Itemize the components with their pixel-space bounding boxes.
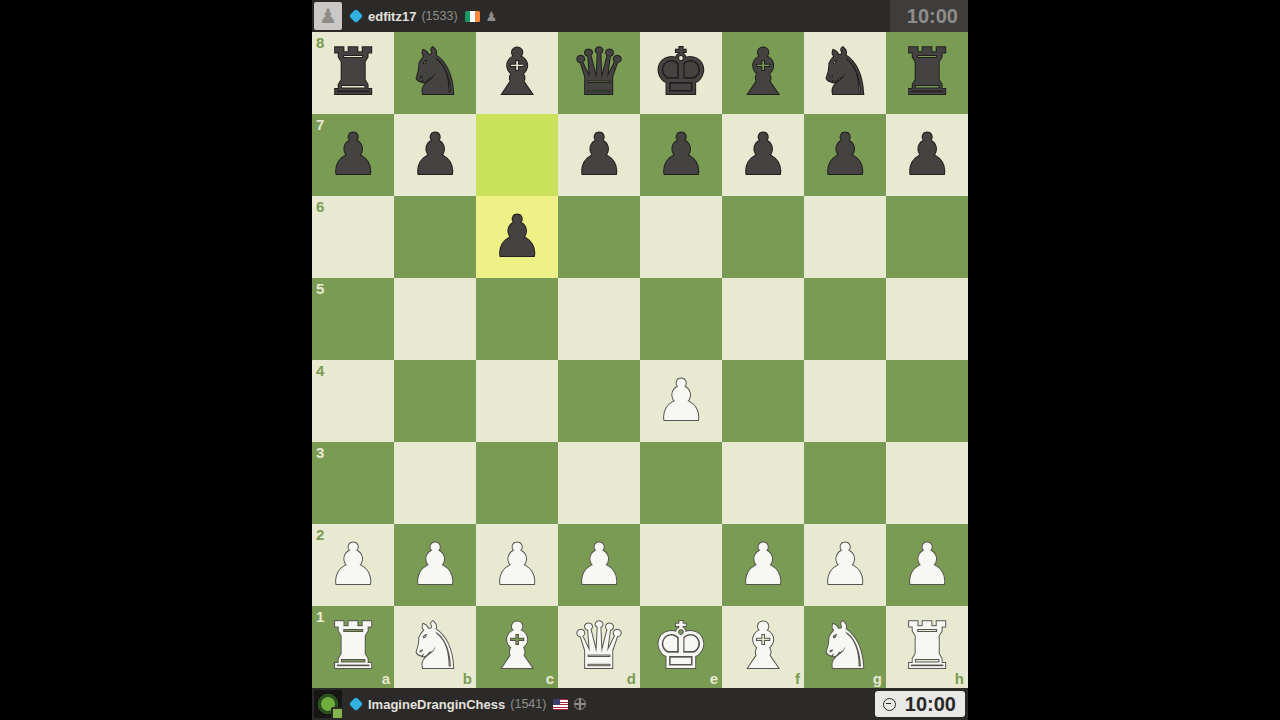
black-pawn-e7[interactable]: ♟ [640,114,722,196]
diamond-member-icon [349,697,363,711]
player-clock-time: 10:00 [905,693,956,716]
square-c1[interactable]: c♝ [476,606,558,688]
white-pawn-e4[interactable]: ♟ [640,360,722,442]
white-rook-a1[interactable]: ♜ [312,606,394,688]
white-pawn-c2[interactable]: ♟ [476,524,558,606]
game-column: ♟ edfitz17 (1533) ♟ 10:00 8♜♞♝♛♚♝♞♜7♟♟♟♟… [312,0,968,720]
square-d8[interactable]: ♛ [558,32,640,114]
square-a4[interactable]: 4 [312,360,394,442]
square-c7[interactable] [476,114,558,196]
white-queen-d1[interactable]: ♛ [558,606,640,688]
square-g5[interactable] [804,278,886,360]
pawn-icon: ♟ [486,10,498,23]
square-b5[interactable] [394,278,476,360]
square-e1[interactable]: e♚ [640,606,722,688]
opponent-clock-time: 10:00 [907,5,958,28]
black-pawn-b7[interactable]: ♟ [394,114,476,196]
player-clock: 10:00 [875,691,965,717]
square-h3[interactable] [886,442,968,524]
square-h6[interactable] [886,196,968,278]
black-rook-a8[interactable]: ♜ [312,32,394,114]
square-g2[interactable]: ♟ [804,524,886,606]
opponent-clock: 10:00 [890,0,968,32]
square-h1[interactable]: h♜ [886,606,968,688]
black-pawn-f7[interactable]: ♟ [722,114,804,196]
usa-flag-icon [553,699,568,710]
square-h7[interactable]: ♟ [886,114,968,196]
square-c4[interactable] [476,360,558,442]
square-b1[interactable]: b♞ [394,606,476,688]
square-f3[interactable] [722,442,804,524]
black-pawn-g7[interactable]: ♟ [804,114,886,196]
black-pawn-h7[interactable]: ♟ [886,114,968,196]
square-c6[interactable]: ♟ [476,196,558,278]
white-pawn-b2[interactable]: ♟ [394,524,476,606]
rank-label-3: 3 [316,445,324,460]
square-g8[interactable]: ♞ [804,32,886,114]
black-pawn-d7[interactable]: ♟ [558,114,640,196]
globe-icon [574,698,586,710]
square-f5[interactable] [722,278,804,360]
black-king-e8[interactable]: ♚ [640,32,722,114]
square-e3[interactable] [640,442,722,524]
white-knight-b1[interactable]: ♞ [394,606,476,688]
white-pawn-g2[interactable]: ♟ [804,524,886,606]
square-g1[interactable]: g♞ [804,606,886,688]
player-avatar[interactable] [314,690,342,718]
square-b4[interactable] [394,360,476,442]
square-b7[interactable]: ♟ [394,114,476,196]
square-h8[interactable]: ♜ [886,32,968,114]
player-bar: ImagineDranginChess (1541) 10:00 [312,688,968,720]
square-c2[interactable]: ♟ [476,524,558,606]
square-g6[interactable] [804,196,886,278]
square-d1[interactable]: d♛ [558,606,640,688]
square-f8[interactable]: ♝ [722,32,804,114]
square-f2[interactable]: ♟ [722,524,804,606]
square-e2[interactable] [640,524,722,606]
square-d3[interactable] [558,442,640,524]
square-a5[interactable]: 5 [312,278,394,360]
white-bishop-f1[interactable]: ♝ [722,606,804,688]
square-d2[interactable]: ♟ [558,524,640,606]
opponent-rating: (1533) [421,9,457,23]
square-a3[interactable]: 3 [312,442,394,524]
square-f6[interactable] [722,196,804,278]
square-e7[interactable]: ♟ [640,114,722,196]
white-knight-g1[interactable]: ♞ [804,606,886,688]
white-king-e1[interactable]: ♚ [640,606,722,688]
square-h4[interactable] [886,360,968,442]
square-b8[interactable]: ♞ [394,32,476,114]
square-e8[interactable]: ♚ [640,32,722,114]
black-queen-d8[interactable]: ♛ [558,32,640,114]
square-g4[interactable] [804,360,886,442]
square-d6[interactable] [558,196,640,278]
square-f4[interactable] [722,360,804,442]
black-pawn-c6[interactable]: ♟ [476,196,558,278]
black-knight-g8[interactable]: ♞ [804,32,886,114]
diamond-member-icon [349,9,363,23]
ireland-flag-icon [465,11,480,22]
white-pawn-f2[interactable]: ♟ [722,524,804,606]
square-g3[interactable] [804,442,886,524]
square-b2[interactable]: ♟ [394,524,476,606]
white-pawn-a2[interactable]: ♟ [312,524,394,606]
square-b3[interactable] [394,442,476,524]
player-rating: (1541) [510,697,546,711]
app-canvas: ♟ edfitz17 (1533) ♟ 10:00 8♜♞♝♛♚♝♞♜7♟♟♟♟… [0,0,1280,720]
square-f1[interactable]: f♝ [722,606,804,688]
square-b6[interactable] [394,196,476,278]
square-c3[interactable] [476,442,558,524]
white-pawn-d2[interactable]: ♟ [558,524,640,606]
square-c8[interactable]: ♝ [476,32,558,114]
square-c5[interactable] [476,278,558,360]
rank-label-5: 5 [316,281,324,296]
black-pawn-a7[interactable]: ♟ [312,114,394,196]
black-bishop-c8[interactable]: ♝ [476,32,558,114]
clock-icon [883,698,896,711]
square-e5[interactable] [640,278,722,360]
opponent-bar: ♟ edfitz17 (1533) ♟ 10:00 [312,0,968,32]
opponent-username[interactable]: edfitz17 [368,9,416,24]
black-rook-h8[interactable]: ♜ [886,32,968,114]
white-bishop-c1[interactable]: ♝ [476,606,558,688]
black-knight-b8[interactable]: ♞ [394,32,476,114]
square-h5[interactable] [886,278,968,360]
square-f7[interactable]: ♟ [722,114,804,196]
rank-label-4: 4 [316,363,324,378]
square-a8[interactable]: 8♜ [312,32,394,114]
square-h2[interactable]: ♟ [886,524,968,606]
square-d5[interactable] [558,278,640,360]
opponent-avatar[interactable]: ♟ [314,2,342,30]
square-a7[interactable]: 7♟ [312,114,394,196]
square-d4[interactable] [558,360,640,442]
white-pawn-h2[interactable]: ♟ [886,524,968,606]
player-username[interactable]: ImagineDranginChess [368,697,505,712]
square-a1[interactable]: 1a♜ [312,606,394,688]
rank-label-6: 6 [316,199,324,214]
square-e6[interactable] [640,196,722,278]
white-rook-h1[interactable]: ♜ [886,606,968,688]
square-a2[interactable]: 2♟ [312,524,394,606]
square-g7[interactable]: ♟ [804,114,886,196]
square-e4[interactable]: ♟ [640,360,722,442]
online-status-dot [331,707,344,720]
board[interactable]: 8♜♞♝♛♚♝♞♜7♟♟♟♟♟♟♟6♟54♟32♟♟♟♟♟♟♟1a♜b♞c♝d♛… [312,32,968,688]
black-bishop-f8[interactable]: ♝ [722,32,804,114]
square-a6[interactable]: 6 [312,196,394,278]
square-d7[interactable]: ♟ [558,114,640,196]
